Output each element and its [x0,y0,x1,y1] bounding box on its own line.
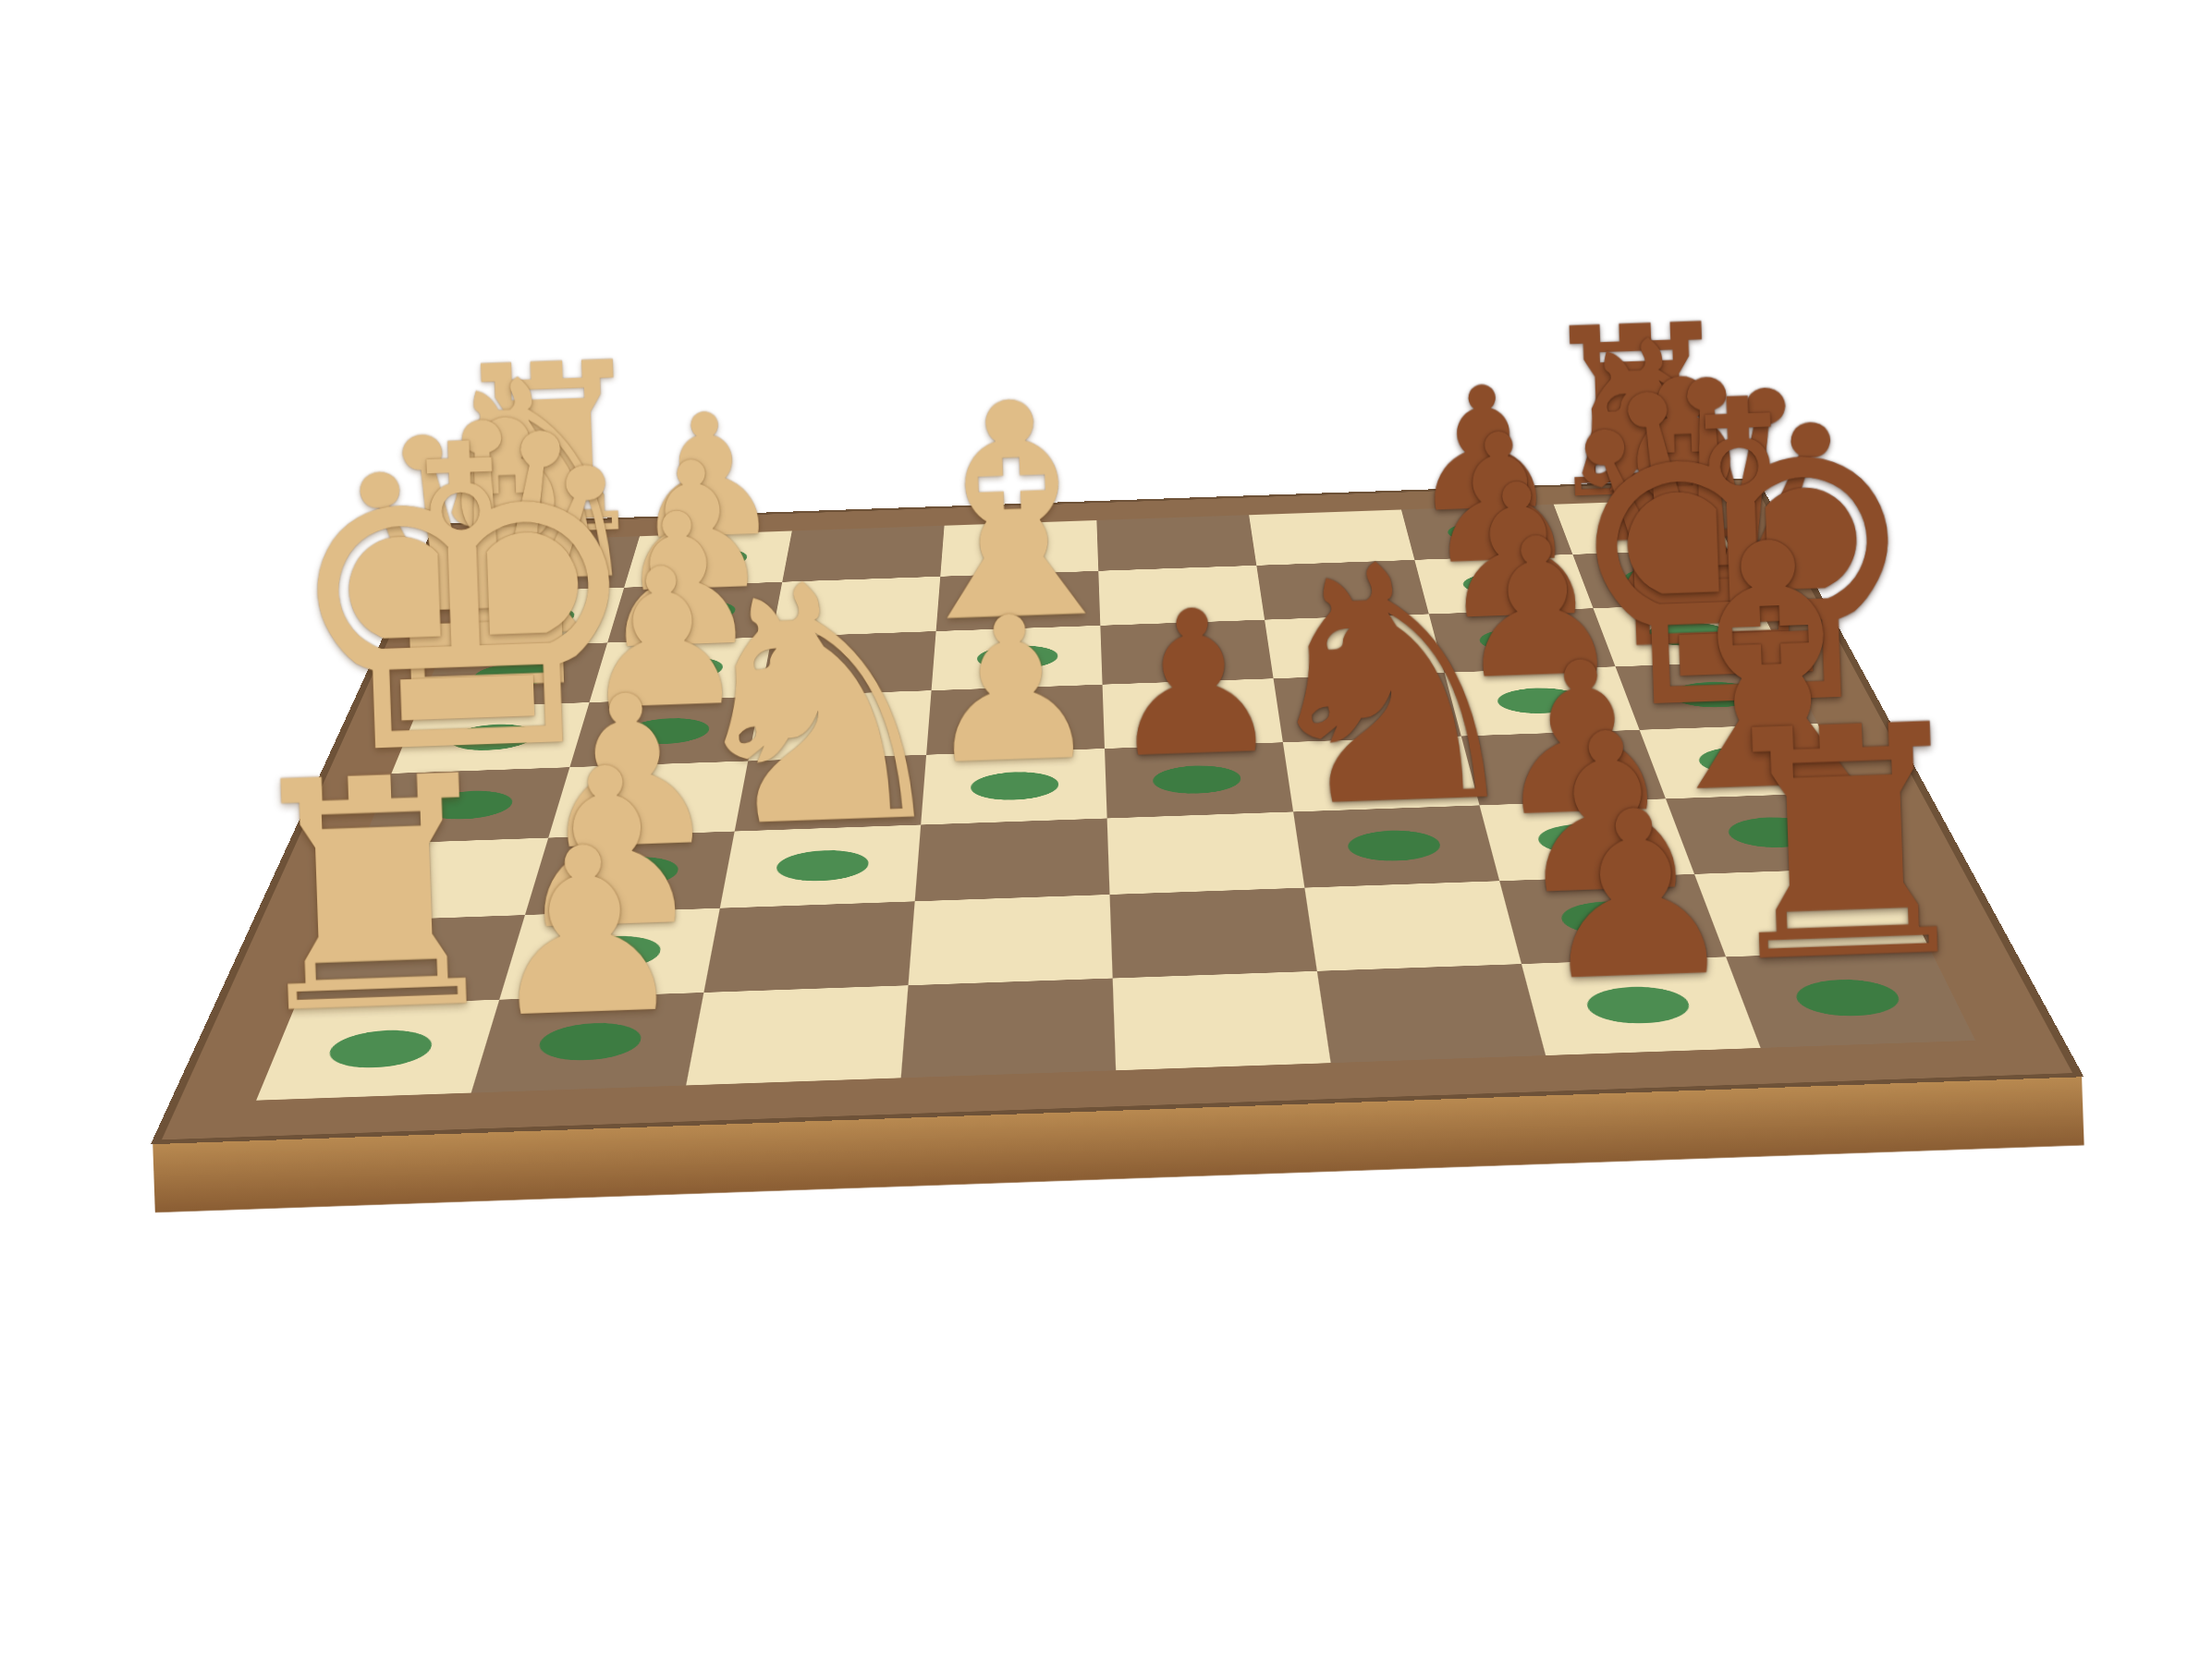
chess-board: ♜♞♝♛♚♜♟♟♟♟♟♟♟♞♟♝♟♞♟♟♟♟♟♟♟♜♞♝♛♚♝♜ [151,478,2084,1144]
piece-white-pawn-h2: ♟ [471,993,704,1093]
perspective-scene: ♜♞♝♛♚♜♟♟♟♟♟♟♟♞♟♝♟♞♟♟♟♟♟♟♟♜♞♝♛♚♝♜ [0,0,2212,1657]
black-rook-glyph: ♜ [1629,680,2060,1011]
white-pawn-glyph: ♟ [371,811,799,1054]
piece-black-rook-h8: ♜ [1726,950,1975,1048]
photo-stage: ♜♞♝♛♚♜♟♟♟♟♟♟♟♞♟♝♟♞♟♟♟♟♟♟♟♜♞♝♛♚♝♜ [0,0,2212,1657]
pieces-layer: ♜♞♝♛♚♜♟♟♟♟♟♟♟♞♟♝♟♞♟♟♟♟♟♟♟♜♞♝♛♚♝♜ [256,499,1975,1101]
